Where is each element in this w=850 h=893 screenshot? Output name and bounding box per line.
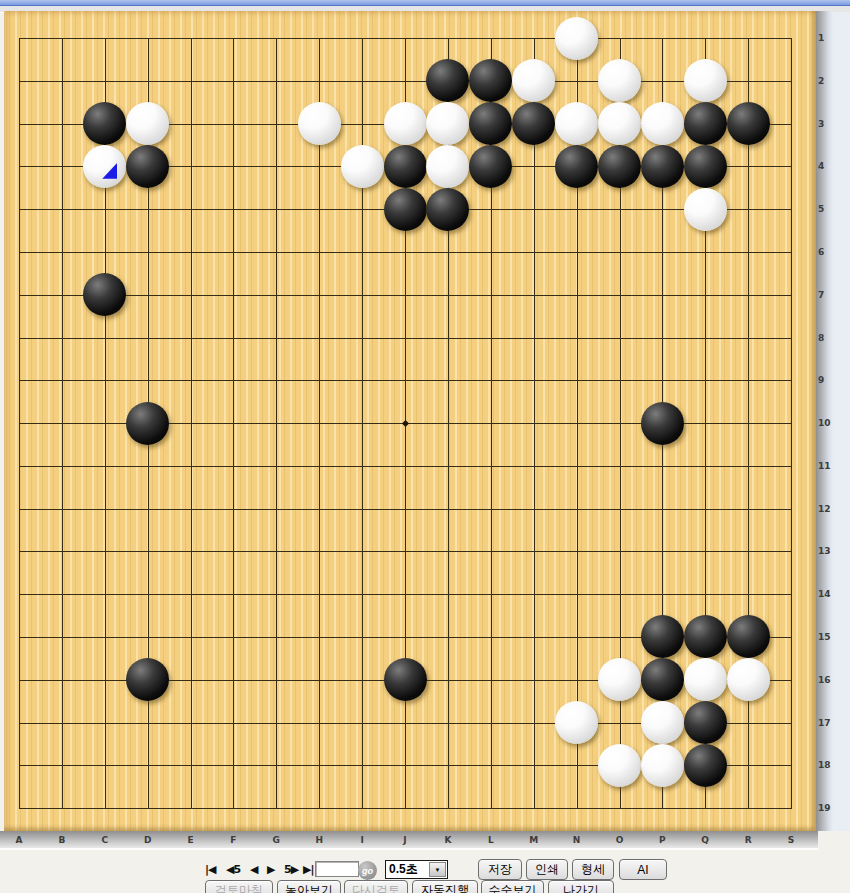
- column-label-O: O: [610, 835, 630, 845]
- row-label-10: 10: [818, 418, 832, 428]
- stone-white-D3[interactable]: [126, 102, 169, 145]
- go-board[interactable]: [4, 11, 816, 831]
- stone-black-Q17[interactable]: [684, 701, 727, 744]
- row-label-11: 11: [818, 461, 832, 471]
- stone-black-Q4[interactable]: [684, 145, 727, 188]
- grid-line-horizontal: [19, 594, 792, 595]
- nav-first-button[interactable]: |◀: [205, 864, 215, 876]
- column-label-P: P: [652, 835, 672, 845]
- column-label-F: F: [223, 835, 243, 845]
- row-label-17: 17: [818, 718, 832, 728]
- stone-black-L2[interactable]: [469, 59, 512, 102]
- stone-white-N17[interactable]: [555, 701, 598, 744]
- row-label-19: 19: [818, 803, 832, 813]
- button-다시검토[interactable]: 다시검토: [344, 880, 408, 893]
- stone-black-P16[interactable]: [641, 658, 684, 701]
- button-저장[interactable]: 저장: [478, 859, 522, 880]
- stone-black-Q3[interactable]: [684, 102, 727, 145]
- column-label-J: J: [395, 835, 415, 845]
- stone-black-Q18[interactable]: [684, 744, 727, 787]
- stone-black-D16[interactable]: [126, 658, 169, 701]
- row-label-1: 1: [818, 33, 832, 43]
- stone-black-C3[interactable]: [83, 102, 126, 145]
- row-label-3: 3: [818, 119, 832, 129]
- stone-black-P15[interactable]: [641, 615, 684, 658]
- button-자동진행[interactable]: 자동진행: [412, 880, 478, 893]
- nav-forward-5-button[interactable]: 5▶: [284, 864, 298, 876]
- stone-white-C4[interactable]: [83, 145, 126, 188]
- stone-black-J4[interactable]: [384, 145, 427, 188]
- stone-black-K5[interactable]: [426, 188, 469, 231]
- stone-black-R3[interactable]: [727, 102, 770, 145]
- grid-line-vertical: [534, 38, 535, 809]
- stone-black-L4[interactable]: [469, 145, 512, 188]
- stone-white-Q16[interactable]: [684, 658, 727, 701]
- grid-line-horizontal: [19, 808, 792, 809]
- stone-black-O4[interactable]: [598, 145, 641, 188]
- row-label-5: 5: [818, 204, 832, 214]
- stone-black-C7[interactable]: [83, 273, 126, 316]
- chevron-down-icon[interactable]: ▼: [429, 862, 446, 877]
- button-수순보기[interactable]: 수순보기: [481, 880, 544, 893]
- go-button[interactable]: go: [358, 861, 377, 880]
- stone-white-P17[interactable]: [641, 701, 684, 744]
- grid-line-horizontal: [19, 551, 792, 552]
- column-label-G: G: [266, 835, 286, 845]
- stone-white-P18[interactable]: [641, 744, 684, 787]
- column-label-C: C: [95, 835, 115, 845]
- row-label-18: 18: [818, 760, 832, 770]
- column-label-H: H: [309, 835, 329, 845]
- column-label-D: D: [138, 835, 158, 845]
- stone-white-O18[interactable]: [598, 744, 641, 787]
- stone-black-D4[interactable]: [126, 145, 169, 188]
- stone-black-M3[interactable]: [512, 102, 555, 145]
- stone-white-J3[interactable]: [384, 102, 427, 145]
- stone-white-K3[interactable]: [426, 102, 469, 145]
- stone-white-I4[interactable]: [341, 145, 384, 188]
- button-나가기[interactable]: 나가기: [548, 880, 614, 893]
- row-label-2: 2: [818, 76, 832, 86]
- stone-white-O2[interactable]: [598, 59, 641, 102]
- column-label-L: L: [481, 835, 501, 845]
- row-label-12: 12: [818, 504, 832, 514]
- last-move-marker: [102, 163, 117, 179]
- move-number-input[interactable]: [315, 861, 359, 877]
- column-label-R: R: [738, 835, 758, 845]
- grid-line-vertical: [791, 38, 792, 809]
- column-label-B: B: [52, 835, 72, 845]
- stone-black-Q15[interactable]: [684, 615, 727, 658]
- stone-white-M2[interactable]: [512, 59, 555, 102]
- row-label-4: 4: [818, 161, 832, 171]
- nav-back-5-button[interactable]: ◀5: [226, 864, 240, 876]
- row-label-8: 8: [818, 333, 832, 343]
- stone-white-R16[interactable]: [727, 658, 770, 701]
- stone-black-P4[interactable]: [641, 145, 684, 188]
- column-label-I: I: [352, 835, 372, 845]
- app-window: ABCDEFGHIJKLMNOPQRS123456789101112131415…: [0, 0, 850, 893]
- stone-white-O3[interactable]: [598, 102, 641, 145]
- stone-black-K2[interactable]: [426, 59, 469, 102]
- nav-forward-1-button[interactable]: ▶: [267, 864, 274, 876]
- row-label-14: 14: [818, 589, 832, 599]
- column-label-Q: Q: [695, 835, 715, 845]
- column-label-K: K: [438, 835, 458, 845]
- button-놓아보기[interactable]: 놓아보기: [277, 880, 341, 893]
- grid-line-horizontal: [19, 509, 792, 510]
- column-label-E: E: [181, 835, 201, 845]
- stone-black-D10[interactable]: [126, 402, 169, 445]
- column-label-N: N: [567, 835, 587, 845]
- stone-black-R15[interactable]: [727, 615, 770, 658]
- column-label-S: S: [781, 835, 801, 845]
- column-label-A: A: [9, 835, 29, 845]
- nav-last-button[interactable]: ▶|: [303, 864, 313, 876]
- grid-line-horizontal: [19, 466, 792, 467]
- stone-white-P3[interactable]: [641, 102, 684, 145]
- delay-select-value: 0.5초: [386, 861, 428, 878]
- button-검토마침[interactable]: 검토마침: [205, 880, 273, 893]
- row-label-16: 16: [818, 675, 832, 685]
- stone-white-K4[interactable]: [426, 145, 469, 188]
- stone-black-J5[interactable]: [384, 188, 427, 231]
- star-point-J10: [401, 419, 408, 426]
- stone-white-Q5[interactable]: [684, 188, 727, 231]
- row-label-7: 7: [818, 290, 832, 300]
- row-label-9: 9: [818, 375, 832, 385]
- stone-white-N3[interactable]: [555, 102, 598, 145]
- delay-select[interactable]: 0.5초 ▼: [385, 860, 448, 879]
- column-label-M: M: [524, 835, 544, 845]
- stone-white-H3[interactable]: [298, 102, 341, 145]
- stone-white-O16[interactable]: [598, 658, 641, 701]
- button-인쇄[interactable]: 인쇄: [526, 859, 568, 880]
- nav-back-1-button[interactable]: ◀: [250, 864, 257, 876]
- button-형세[interactable]: 형세: [572, 859, 614, 880]
- stone-black-P10[interactable]: [641, 402, 684, 445]
- row-label-15: 15: [818, 632, 832, 642]
- stone-white-N1[interactable]: [555, 17, 598, 60]
- button-AI[interactable]: AI: [619, 859, 667, 880]
- stone-black-L3[interactable]: [469, 102, 512, 145]
- stone-white-Q2[interactable]: [684, 59, 727, 102]
- row-label-13: 13: [818, 546, 832, 556]
- stone-black-J16[interactable]: [384, 658, 427, 701]
- row-label-6: 6: [818, 247, 832, 257]
- stone-black-N4[interactable]: [555, 145, 598, 188]
